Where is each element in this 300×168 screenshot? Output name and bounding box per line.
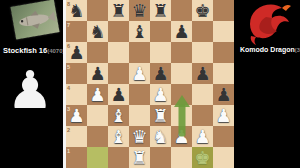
square-f7[interactable]: ♟ (171, 21, 192, 42)
square-g7[interactable] (192, 21, 213, 42)
fish-icon (10, 0, 59, 40)
white-piece-p-h3[interactable]: ♟ (213, 105, 234, 126)
square-a7[interactable] (66, 21, 87, 42)
square-h3[interactable]: ♟ (213, 105, 234, 126)
black-piece-p-b5[interactable]: ♟ (87, 63, 108, 84)
square-f5[interactable] (171, 63, 192, 84)
square-f8[interactable] (171, 0, 192, 21)
square-g5[interactable]: ♟ (192, 63, 213, 84)
white-piece-r-d1[interactable]: ♜ (129, 147, 150, 168)
black-piece-r-e8[interactable]: ♜ (150, 0, 171, 21)
black-piece-p-e5[interactable]: ♟ (150, 63, 171, 84)
square-c5[interactable] (108, 63, 129, 84)
square-e4[interactable]: ♟ (150, 84, 171, 105)
square-c4[interactable]: ♟ (108, 84, 129, 105)
stockfish-logo (10, 0, 59, 40)
white-engine-panel: Stockfish 16(4070) ♟ (0, 0, 63, 168)
black-engine-name: Komodo Dragon(3521) (240, 46, 300, 53)
square-d2[interactable]: ♛ (129, 126, 150, 147)
square-b2[interactable] (87, 126, 108, 147)
square-d4[interactable] (129, 84, 150, 105)
square-b1[interactable] (87, 147, 108, 168)
black-piece-p-c4[interactable]: ♟ (108, 84, 129, 105)
square-f1[interactable] (171, 147, 192, 168)
square-c8[interactable]: ♜ (108, 0, 129, 21)
square-g2[interactable]: ♟ (192, 126, 213, 147)
square-f6[interactable] (171, 42, 192, 63)
square-d5[interactable]: ♟ (129, 63, 150, 84)
dragon-icon (242, 1, 298, 46)
white-piece-q-d2[interactable]: ♛ (129, 126, 150, 147)
engine-match-screen: Stockfish 16(4070) ♟ ♞♜♛♜♚♞♝♟♟♟♟♟♟♟♟♟♟♟♝… (0, 0, 300, 168)
square-c1[interactable] (108, 147, 129, 168)
white-piece-p-d5[interactable]: ♟ (129, 63, 150, 84)
square-d7[interactable]: ♝ (129, 21, 150, 42)
square-b4[interactable]: ♟ (87, 84, 108, 105)
black-piece-p-a6[interactable]: ♟ (66, 42, 87, 63)
chess-board[interactable]: ♞♜♛♜♚♞♝♟♟♟♟♟♟♟♟♟♟♟♝♜♟♝♛♞♟♟♜♚87654321 (66, 0, 234, 168)
square-c2[interactable]: ♝ (108, 126, 129, 147)
square-b5[interactable]: ♟ (87, 63, 108, 84)
square-h7[interactable] (213, 21, 234, 42)
square-d8[interactable]: ♛ (129, 0, 150, 21)
black-piece-q-d8[interactable]: ♛ (129, 0, 150, 21)
square-a2[interactable] (66, 126, 87, 147)
square-e6[interactable] (150, 42, 171, 63)
square-h2[interactable] (213, 126, 234, 147)
square-e7[interactable] (150, 21, 171, 42)
white-piece-p-g2[interactable]: ♟ (192, 126, 213, 147)
square-f2[interactable]: ♟ (171, 126, 192, 147)
square-f4[interactable] (171, 84, 192, 105)
white-piece-n-e2[interactable]: ♞ (150, 126, 171, 147)
square-a3[interactable]: ♟ (66, 105, 87, 126)
square-h6[interactable] (213, 42, 234, 63)
white-side-pawn-icon: ♟ (7, 60, 53, 120)
komodo-dragon-logo (242, 1, 298, 46)
square-a4[interactable] (66, 84, 87, 105)
white-piece-b-c3[interactable]: ♝ (108, 105, 129, 126)
white-piece-p-a3[interactable]: ♟ (66, 105, 87, 126)
square-e2[interactable]: ♞ (150, 126, 171, 147)
black-piece-p-h4[interactable]: ♟ (213, 84, 234, 105)
square-g1[interactable]: ♚ (192, 147, 213, 168)
square-b6[interactable] (87, 42, 108, 63)
square-c3[interactable]: ♝ (108, 105, 129, 126)
white-piece-k-g1[interactable]: ♚ (192, 147, 213, 168)
square-e8[interactable]: ♜ (150, 0, 171, 21)
square-a1[interactable] (66, 147, 87, 168)
square-g8[interactable]: ♚ (192, 0, 213, 21)
square-h1[interactable] (213, 147, 234, 168)
square-e1[interactable] (150, 147, 171, 168)
square-a6[interactable]: ♟ (66, 42, 87, 63)
square-d6[interactable] (129, 42, 150, 63)
black-engine-label: Komodo Dragon (240, 46, 295, 53)
black-piece-p-f7[interactable]: ♟ (171, 21, 192, 42)
black-piece-r-c8[interactable]: ♜ (108, 0, 129, 21)
square-d3[interactable] (129, 105, 150, 126)
square-e3[interactable]: ♜ (150, 105, 171, 126)
black-piece-n-a8[interactable]: ♞ (66, 0, 87, 21)
white-piece-p-f2[interactable]: ♟ (171, 126, 192, 147)
square-g4[interactable] (192, 84, 213, 105)
square-a5[interactable] (66, 63, 87, 84)
square-f3[interactable] (171, 105, 192, 126)
square-g6[interactable] (192, 42, 213, 63)
square-g3[interactable] (192, 105, 213, 126)
black-piece-k-g8[interactable]: ♚ (192, 0, 213, 21)
white-piece-b-c2[interactable]: ♝ (108, 126, 129, 147)
square-h8[interactable] (213, 0, 234, 21)
square-a8[interactable]: ♞ (66, 0, 87, 21)
square-b3[interactable] (87, 105, 108, 126)
square-e5[interactable]: ♟ (150, 63, 171, 84)
square-b7[interactable]: ♞ (87, 21, 108, 42)
black-engine-panel: Komodo Dragon(3521) ♟ (234, 0, 300, 168)
black-piece-b-d7[interactable]: ♝ (129, 21, 150, 42)
black-piece-n-b7[interactable]: ♞ (87, 21, 108, 42)
white-engine-name: Stockfish 16(4070) (3, 46, 65, 55)
white-piece-p-b4[interactable]: ♟ (87, 84, 108, 105)
square-c6[interactable] (108, 42, 129, 63)
black-piece-p-g5[interactable]: ♟ (192, 63, 213, 84)
square-b8[interactable] (87, 0, 108, 21)
white-piece-r-e3[interactable]: ♜ (150, 105, 171, 126)
square-c7[interactable] (108, 21, 129, 42)
black-engine-rating: (3521) (295, 47, 300, 53)
white-engine-rating: (4070) (47, 48, 64, 54)
square-h4[interactable]: ♟ (213, 84, 234, 105)
square-h5[interactable] (213, 63, 234, 84)
white-piece-p-e4[interactable]: ♟ (150, 84, 171, 105)
white-engine-label: Stockfish 16 (3, 46, 47, 55)
square-d1[interactable]: ♜ (129, 147, 150, 168)
